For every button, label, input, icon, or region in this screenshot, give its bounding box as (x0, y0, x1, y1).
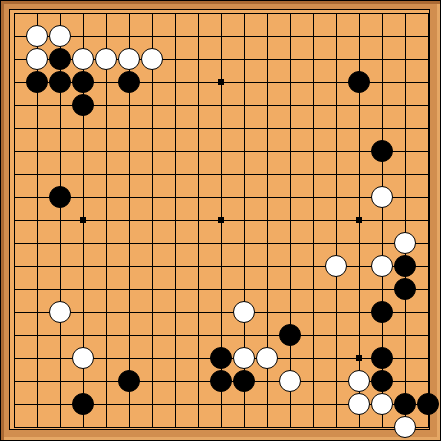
white-stone[interactable] (118, 48, 140, 70)
go-board[interactable] (0, 0, 441, 441)
black-stone[interactable] (49, 71, 71, 93)
white-stone[interactable] (325, 255, 347, 277)
stones-layer (0, 0, 441, 441)
star-point (218, 217, 224, 223)
white-stone[interactable] (256, 347, 278, 369)
black-stone[interactable] (49, 48, 71, 70)
white-stone[interactable] (141, 48, 163, 70)
white-stone[interactable] (394, 232, 416, 254)
black-stone[interactable] (371, 370, 393, 392)
white-stone[interactable] (279, 370, 301, 392)
white-stone[interactable] (371, 255, 393, 277)
white-stone[interactable] (348, 393, 370, 415)
black-stone[interactable] (118, 71, 140, 93)
white-stone[interactable] (233, 347, 255, 369)
white-stone[interactable] (348, 370, 370, 392)
black-stone[interactable] (394, 255, 416, 277)
black-stone[interactable] (394, 393, 416, 415)
black-stone[interactable] (279, 324, 301, 346)
black-stone[interactable] (371, 140, 393, 162)
black-stone[interactable] (72, 393, 94, 415)
black-stone[interactable] (371, 301, 393, 323)
star-point (356, 355, 362, 361)
star-point (80, 217, 86, 223)
black-stone[interactable] (72, 94, 94, 116)
white-stone[interactable] (95, 48, 117, 70)
white-stone[interactable] (49, 25, 71, 47)
white-stone[interactable] (26, 25, 48, 47)
black-stone[interactable] (118, 370, 140, 392)
black-stone[interactable] (49, 186, 71, 208)
black-stone[interactable] (210, 370, 232, 392)
white-stone[interactable] (72, 347, 94, 369)
white-stone[interactable] (72, 48, 94, 70)
black-stone[interactable] (26, 71, 48, 93)
white-stone[interactable] (371, 186, 393, 208)
black-stone[interactable] (417, 393, 439, 415)
black-stone[interactable] (348, 71, 370, 93)
star-point (356, 217, 362, 223)
black-stone[interactable] (233, 370, 255, 392)
black-stone[interactable] (210, 347, 232, 369)
white-stone[interactable] (394, 416, 416, 438)
black-stone[interactable] (72, 71, 94, 93)
white-stone[interactable] (49, 301, 71, 323)
white-stone[interactable] (233, 301, 255, 323)
star-point (218, 79, 224, 85)
white-stone[interactable] (371, 393, 393, 415)
black-stone[interactable] (371, 347, 393, 369)
black-stone[interactable] (394, 278, 416, 300)
white-stone[interactable] (26, 48, 48, 70)
